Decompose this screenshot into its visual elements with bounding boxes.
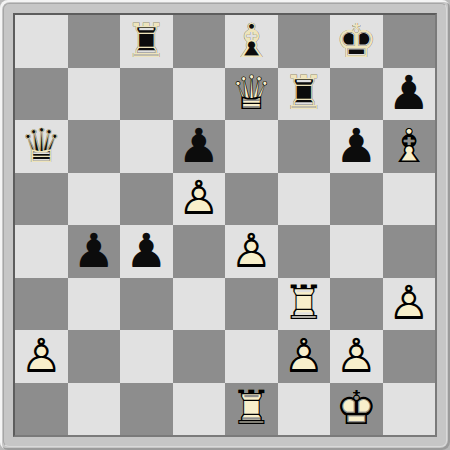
square-c7[interactable] [120, 68, 173, 121]
black-pawn-fill-glyph: ♟ [178, 122, 220, 169]
square-g5[interactable] [330, 173, 383, 226]
square-g2[interactable]: ♟♙ [330, 330, 383, 383]
white-bishop-h6[interactable]: ♝♗ [383, 120, 436, 173]
square-a5[interactable] [15, 173, 68, 226]
square-h6[interactable]: ♝♗ [383, 120, 436, 173]
square-a2[interactable]: ♟♙ [15, 330, 68, 383]
square-b8[interactable] [68, 15, 121, 68]
square-a3[interactable] [15, 278, 68, 331]
square-g7[interactable] [330, 68, 383, 121]
square-d1[interactable] [173, 383, 226, 436]
black-queen-a6[interactable]: ♛♕ [15, 120, 68, 173]
square-e1[interactable]: ♜♖ [225, 383, 278, 436]
square-f1[interactable] [278, 383, 331, 436]
square-e7[interactable]: ♛♕ [225, 68, 278, 121]
square-c4[interactable]: ♟ [120, 225, 173, 278]
black-bishop-e8[interactable]: ♝♗ [225, 15, 278, 68]
white-rook-f3[interactable]: ♜♖ [278, 278, 331, 331]
white-pawn-outline-glyph: ♙ [230, 227, 272, 274]
white-rook-e1[interactable]: ♜♖ [225, 383, 278, 436]
white-king-g1[interactable]: ♚♔ [330, 383, 383, 436]
black-queen-outline-glyph: ♕ [20, 122, 62, 169]
square-e5[interactable] [225, 173, 278, 226]
square-e6[interactable] [225, 120, 278, 173]
square-h3[interactable]: ♟♙ [383, 278, 436, 331]
board-inner-border: ♜♖♝♗♚♔♛♕♜♖♟♛♕♟♟♝♗♟♙♟♟♟♙♜♖♟♙♟♙♟♙♟♙♜♖♚♔ [13, 13, 437, 437]
white-pawn-a2[interactable]: ♟♙ [15, 330, 68, 383]
black-bishop-outline-glyph: ♗ [230, 17, 272, 64]
square-g8[interactable]: ♚♔ [330, 15, 383, 68]
square-d5[interactable]: ♟♙ [173, 173, 226, 226]
white-pawn-outline-glyph: ♙ [283, 332, 325, 379]
square-b2[interactable] [68, 330, 121, 383]
square-c3[interactable] [120, 278, 173, 331]
black-king-g8[interactable]: ♚♔ [330, 15, 383, 68]
square-a7[interactable] [15, 68, 68, 121]
white-pawn-outline-glyph: ♙ [335, 332, 377, 379]
square-a4[interactable] [15, 225, 68, 278]
square-h5[interactable] [383, 173, 436, 226]
square-a1[interactable] [15, 383, 68, 436]
square-g3[interactable] [330, 278, 383, 331]
white-pawn-e4[interactable]: ♟♙ [225, 225, 278, 278]
black-pawn-g6[interactable]: ♟ [330, 120, 383, 173]
square-f5[interactable] [278, 173, 331, 226]
black-pawn-b4[interactable]: ♟ [68, 225, 121, 278]
white-pawn-d5[interactable]: ♟♙ [173, 173, 226, 226]
black-rook-f7[interactable]: ♜♖ [278, 68, 331, 121]
square-f3[interactable]: ♜♖ [278, 278, 331, 331]
square-d4[interactable] [173, 225, 226, 278]
white-rook-outline-glyph: ♖ [230, 384, 272, 431]
white-bishop-outline-glyph: ♗ [388, 122, 430, 169]
black-rook-c8[interactable]: ♜♖ [120, 15, 173, 68]
black-pawn-d6[interactable]: ♟ [173, 120, 226, 173]
white-pawn-f2[interactable]: ♟♙ [278, 330, 331, 383]
square-g1[interactable]: ♚♔ [330, 383, 383, 436]
square-c8[interactable]: ♜♖ [120, 15, 173, 68]
black-pawn-fill-glyph: ♟ [388, 69, 430, 116]
square-f7[interactable]: ♜♖ [278, 68, 331, 121]
square-a6[interactable]: ♛♕ [15, 120, 68, 173]
square-e4[interactable]: ♟♙ [225, 225, 278, 278]
square-b3[interactable] [68, 278, 121, 331]
square-e8[interactable]: ♝♗ [225, 15, 278, 68]
black-pawn-fill-glyph: ♟ [125, 227, 167, 274]
square-h8[interactable] [383, 15, 436, 68]
square-d2[interactable] [173, 330, 226, 383]
square-f8[interactable] [278, 15, 331, 68]
square-d3[interactable] [173, 278, 226, 331]
white-pawn-h3[interactable]: ♟♙ [383, 278, 436, 331]
square-g6[interactable]: ♟ [330, 120, 383, 173]
square-b1[interactable] [68, 383, 121, 436]
black-pawn-h7[interactable]: ♟ [383, 68, 436, 121]
white-queen-outline-glyph: ♕ [230, 69, 272, 116]
black-pawn-c4[interactable]: ♟ [120, 225, 173, 278]
white-king-outline-glyph: ♔ [335, 384, 377, 431]
square-f6[interactable] [278, 120, 331, 173]
white-pawn-outline-glyph: ♙ [178, 174, 220, 221]
square-h7[interactable]: ♟ [383, 68, 436, 121]
square-d6[interactable]: ♟ [173, 120, 226, 173]
square-b5[interactable] [68, 173, 121, 226]
white-pawn-outline-glyph: ♙ [20, 332, 62, 379]
white-pawn-outline-glyph: ♙ [388, 279, 430, 326]
square-d7[interactable] [173, 68, 226, 121]
square-b7[interactable] [68, 68, 121, 121]
square-h4[interactable] [383, 225, 436, 278]
square-d8[interactable] [173, 15, 226, 68]
black-pawn-fill-glyph: ♟ [73, 227, 115, 274]
square-a8[interactable] [15, 15, 68, 68]
square-g4[interactable] [330, 225, 383, 278]
black-rook-outline-glyph: ♖ [283, 69, 325, 116]
square-e3[interactable] [225, 278, 278, 331]
square-c1[interactable] [120, 383, 173, 436]
square-f4[interactable] [278, 225, 331, 278]
white-rook-outline-glyph: ♖ [283, 279, 325, 326]
square-f2[interactable]: ♟♙ [278, 330, 331, 383]
square-c6[interactable] [120, 120, 173, 173]
square-h2[interactable] [383, 330, 436, 383]
black-pawn-fill-glyph: ♟ [335, 122, 377, 169]
square-c5[interactable] [120, 173, 173, 226]
square-b4[interactable]: ♟ [68, 225, 121, 278]
square-e2[interactable] [225, 330, 278, 383]
white-pawn-g2[interactable]: ♟♙ [330, 330, 383, 383]
white-queen-e7[interactable]: ♛♕ [225, 68, 278, 121]
black-rook-outline-glyph: ♖ [125, 17, 167, 64]
square-h1[interactable] [383, 383, 436, 436]
black-king-outline-glyph: ♔ [335, 17, 377, 64]
square-b6[interactable] [68, 120, 121, 173]
square-c2[interactable] [120, 330, 173, 383]
board-frame: ♜♖♝♗♚♔♛♕♜♖♟♛♕♟♟♝♗♟♙♟♟♟♙♜♖♟♙♟♙♟♙♟♙♜♖♚♔ [0, 0, 450, 450]
chess-board: ♜♖♝♗♚♔♛♕♜♖♟♛♕♟♟♝♗♟♙♟♟♟♙♜♖♟♙♟♙♟♙♟♙♜♖♚♔ [15, 15, 435, 435]
